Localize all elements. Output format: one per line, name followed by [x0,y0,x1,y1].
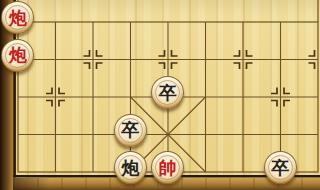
piece-black-cannon[interactable]: 炮 [114,151,147,184]
piece-red-general[interactable]: 帥 [151,151,184,184]
xiangqi-board[interactable]: 炮炮卒卒炮帥卒 [0,0,320,190]
piece-black-soldier[interactable]: 卒 [114,114,147,147]
piece-black-soldier[interactable]: 卒 [151,76,184,109]
piece-black-soldier[interactable]: 卒 [264,151,297,184]
piece-red-cannon[interactable]: 炮 [1,1,34,34]
board-grid[interactable]: 炮炮卒卒炮帥卒 [0,3,320,190]
piece-red-cannon[interactable]: 炮 [1,39,34,72]
